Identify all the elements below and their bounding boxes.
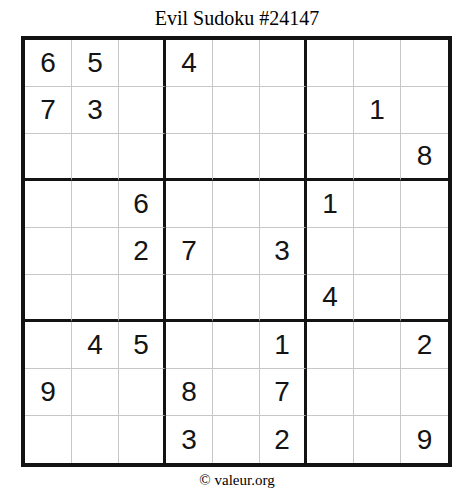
sudoku-cell[interactable] [213,369,260,416]
sudoku-cell[interactable]: 8 [166,369,213,416]
sudoku-cell[interactable] [213,416,260,463]
sudoku-cell[interactable] [213,322,260,369]
sudoku-cell[interactable]: 5 [119,322,166,369]
sudoku-cell[interactable] [354,369,401,416]
sudoku-cell[interactable] [213,134,260,181]
sudoku-cell[interactable] [25,322,72,369]
copyright-text: © valeur.org [0,472,474,489]
sudoku-cell[interactable]: 6 [25,40,72,87]
sudoku-page: Evil Sudoku #24147 654731861273445129873… [0,0,474,501]
sudoku-cell[interactable]: 2 [401,322,448,369]
sudoku-cell[interactable]: 7 [25,87,72,134]
sudoku-cell[interactable] [25,275,72,322]
sudoku-cell[interactable] [307,228,354,275]
sudoku-cell[interactable] [354,181,401,228]
sudoku-cell[interactable] [72,369,119,416]
sudoku-cell[interactable] [213,181,260,228]
sudoku-cell[interactable] [354,416,401,463]
sudoku-cell[interactable] [213,87,260,134]
sudoku-cell[interactable] [354,228,401,275]
sudoku-cell[interactable] [260,181,307,228]
sudoku-cell[interactable] [72,275,119,322]
sudoku-cell[interactable] [72,134,119,181]
sudoku-cell[interactable] [307,369,354,416]
sudoku-cell[interactable]: 4 [166,40,213,87]
sudoku-cell[interactable] [119,416,166,463]
sudoku-cell[interactable]: 2 [119,228,166,275]
sudoku-cell[interactable] [72,416,119,463]
sudoku-cell[interactable] [354,40,401,87]
sudoku-cell[interactable] [119,87,166,134]
sudoku-cell[interactable] [354,322,401,369]
sudoku-cell[interactable]: 2 [260,416,307,463]
sudoku-cell[interactable]: 8 [401,134,448,181]
sudoku-cell[interactable] [401,181,448,228]
sudoku-cell[interactable] [401,369,448,416]
sudoku-cell[interactable] [401,275,448,322]
sudoku-cell[interactable] [213,228,260,275]
page-title: Evil Sudoku #24147 [0,7,474,30]
sudoku-cell[interactable] [213,40,260,87]
sudoku-cell[interactable] [119,275,166,322]
sudoku-cell[interactable] [307,134,354,181]
sudoku-cell[interactable] [307,416,354,463]
sudoku-cell[interactable] [166,322,213,369]
sudoku-cell[interactable] [354,134,401,181]
sudoku-cell[interactable] [213,275,260,322]
sudoku-cell[interactable] [166,181,213,228]
sudoku-cell[interactable] [307,87,354,134]
sudoku-cell[interactable]: 3 [260,228,307,275]
sudoku-cell[interactable] [25,181,72,228]
sudoku-cell[interactable] [260,87,307,134]
sudoku-cell[interactable]: 9 [25,369,72,416]
sudoku-cell[interactable] [25,134,72,181]
sudoku-cell[interactable]: 4 [307,275,354,322]
sudoku-cell[interactable]: 6 [119,181,166,228]
sudoku-cell[interactable] [72,181,119,228]
sudoku-cell[interactable]: 7 [166,228,213,275]
sudoku-cell[interactable] [401,40,448,87]
sudoku-cell[interactable]: 7 [260,369,307,416]
sudoku-cell[interactable]: 1 [260,322,307,369]
sudoku-cell[interactable] [119,369,166,416]
sudoku-cell[interactable] [260,40,307,87]
sudoku-cell[interactable]: 3 [72,87,119,134]
sudoku-cell[interactable]: 9 [401,416,448,463]
sudoku-cell[interactable] [166,134,213,181]
sudoku-cell[interactable] [25,228,72,275]
sudoku-cell[interactable] [119,40,166,87]
sudoku-board: 65473186127344512987329 [21,36,452,467]
sudoku-cell[interactable] [307,40,354,87]
sudoku-cell[interactable] [260,134,307,181]
sudoku-cell[interactable] [401,87,448,134]
sudoku-cell[interactable]: 3 [166,416,213,463]
sudoku-cell[interactable] [307,322,354,369]
sudoku-cell[interactable]: 1 [354,87,401,134]
sudoku-cell[interactable] [401,228,448,275]
sudoku-cell[interactable] [260,275,307,322]
sudoku-cell[interactable] [119,134,166,181]
sudoku-cell[interactable] [354,275,401,322]
sudoku-cell[interactable] [166,87,213,134]
sudoku-cell[interactable]: 4 [72,322,119,369]
sudoku-cell[interactable] [72,228,119,275]
sudoku-cell[interactable] [25,416,72,463]
sudoku-cell[interactable]: 5 [72,40,119,87]
sudoku-cell[interactable]: 1 [307,181,354,228]
sudoku-cell[interactable] [166,275,213,322]
